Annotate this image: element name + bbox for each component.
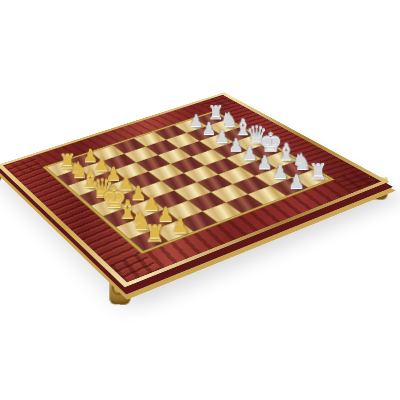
board-leg-left [0, 165, 2, 182]
chess-board: ♜♟♟♜♞♟♟♞♝♟♟♝♛♟♟♛♚♟♟♚♝♟♟♝♞♟♟♞♜♟♟♜ [0, 92, 389, 287]
photo-background: ♜♟♟♜♞♟♟♞♝♟♟♝♛♟♟♛♚♟♟♚♝♟♟♝♞♟♟♞♜♟♟♜ [0, 0, 400, 400]
board-leg-near [109, 279, 130, 305]
piece-silver-pawn[interactable]: ♟ [284, 172, 310, 191]
piece-gold-rook[interactable]: ♜ [141, 222, 169, 246]
piece-gold-pawn[interactable]: ♟ [166, 216, 194, 236]
